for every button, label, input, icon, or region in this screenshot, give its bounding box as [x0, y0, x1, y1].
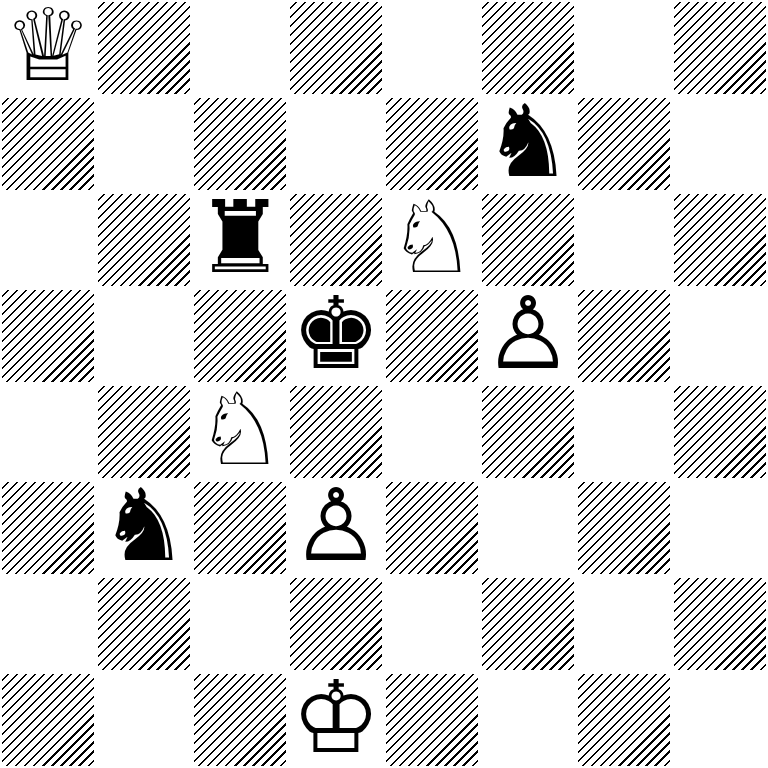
square-g8[interactable]	[576, 0, 672, 96]
square-d1[interactable]: ♔	[288, 672, 384, 768]
square-a7[interactable]	[0, 96, 96, 192]
square-e5[interactable]	[384, 288, 480, 384]
piece-white-king-d1[interactable]: ♔	[291, 672, 381, 766]
square-h6[interactable]	[672, 192, 768, 288]
square-c8[interactable]	[192, 0, 288, 96]
piece-white-queen-a8[interactable]: ♕	[3, 0, 93, 94]
square-h2[interactable]	[672, 576, 768, 672]
square-a2[interactable]	[0, 576, 96, 672]
square-c1[interactable]	[192, 672, 288, 768]
square-a3[interactable]	[0, 480, 96, 576]
square-d6[interactable]	[288, 192, 384, 288]
square-f4[interactable]	[480, 384, 576, 480]
square-c7[interactable]	[192, 96, 288, 192]
square-f5[interactable]: ♙	[480, 288, 576, 384]
square-h5[interactable]	[672, 288, 768, 384]
square-d8[interactable]	[288, 0, 384, 96]
square-b8[interactable]	[96, 0, 192, 96]
piece-black-rook-c6[interactable]: ♜	[195, 192, 285, 286]
piece-black-knight-b3[interactable]: ♞	[99, 480, 189, 574]
square-f1[interactable]	[480, 672, 576, 768]
square-e4[interactable]	[384, 384, 480, 480]
square-d7[interactable]	[288, 96, 384, 192]
square-b6[interactable]	[96, 192, 192, 288]
square-a6[interactable]	[0, 192, 96, 288]
square-a1[interactable]	[0, 672, 96, 768]
square-f7[interactable]: ♞	[480, 96, 576, 192]
piece-white-knight-c4[interactable]: ♘	[195, 384, 285, 478]
square-e2[interactable]	[384, 576, 480, 672]
square-d5[interactable]: ♚	[288, 288, 384, 384]
piece-black-knight-f7[interactable]: ♞	[483, 96, 573, 190]
square-g4[interactable]	[576, 384, 672, 480]
square-g1[interactable]	[576, 672, 672, 768]
square-g7[interactable]	[576, 96, 672, 192]
square-e7[interactable]	[384, 96, 480, 192]
square-d2[interactable]	[288, 576, 384, 672]
square-e1[interactable]	[384, 672, 480, 768]
square-a5[interactable]	[0, 288, 96, 384]
piece-white-pawn-f5[interactable]: ♙	[483, 288, 573, 382]
square-f8[interactable]	[480, 0, 576, 96]
square-f3[interactable]	[480, 480, 576, 576]
square-b5[interactable]	[96, 288, 192, 384]
square-b2[interactable]	[96, 576, 192, 672]
square-e8[interactable]	[384, 0, 480, 96]
square-c5[interactable]	[192, 288, 288, 384]
square-h1[interactable]	[672, 672, 768, 768]
square-h3[interactable]	[672, 480, 768, 576]
square-g2[interactable]	[576, 576, 672, 672]
square-c4[interactable]: ♘	[192, 384, 288, 480]
piece-black-king-d5[interactable]: ♚	[291, 288, 381, 382]
square-b7[interactable]	[96, 96, 192, 192]
square-h4[interactable]	[672, 384, 768, 480]
piece-white-knight-e6[interactable]: ♘	[387, 192, 477, 286]
square-a4[interactable]	[0, 384, 96, 480]
square-e6[interactable]: ♘	[384, 192, 480, 288]
chess-board: ♕♞♜♘♚♙♘♞♙♔	[0, 0, 768, 768]
square-c3[interactable]	[192, 480, 288, 576]
piece-white-pawn-d3[interactable]: ♙	[291, 480, 381, 574]
square-g3[interactable]	[576, 480, 672, 576]
square-h7[interactable]	[672, 96, 768, 192]
square-a8[interactable]: ♕	[0, 0, 96, 96]
square-b4[interactable]	[96, 384, 192, 480]
square-h8[interactable]	[672, 0, 768, 96]
square-e3[interactable]	[384, 480, 480, 576]
square-f2[interactable]	[480, 576, 576, 672]
square-g6[interactable]	[576, 192, 672, 288]
square-d4[interactable]	[288, 384, 384, 480]
square-b3[interactable]: ♞	[96, 480, 192, 576]
square-b1[interactable]	[96, 672, 192, 768]
square-f6[interactable]	[480, 192, 576, 288]
square-c6[interactable]: ♜	[192, 192, 288, 288]
square-g5[interactable]	[576, 288, 672, 384]
square-d3[interactable]: ♙	[288, 480, 384, 576]
square-c2[interactable]	[192, 576, 288, 672]
